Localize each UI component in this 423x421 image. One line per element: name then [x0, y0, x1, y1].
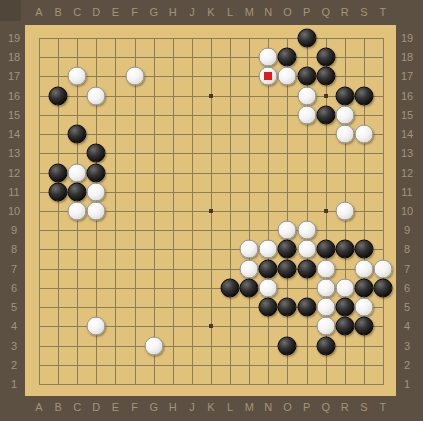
row-label-left-6: 6: [11, 282, 17, 293]
col-label-top-A: A: [35, 7, 42, 18]
row-label-left-14: 14: [8, 129, 20, 140]
grid-hline-1: [39, 384, 384, 385]
grid-vline-M: [249, 38, 250, 385]
last-move-marker: [264, 72, 272, 80]
row-label-right-9: 9: [404, 225, 410, 236]
row-label-left-8: 8: [11, 244, 17, 255]
stone-black-R4: [335, 317, 354, 336]
stone-black-Q17: [316, 67, 335, 86]
stone-white-P8: [297, 240, 316, 259]
stone-black-Q15: [316, 105, 335, 124]
stone-white-N8: [259, 240, 278, 259]
row-label-right-3: 3: [404, 340, 410, 351]
star-point-K10: [209, 209, 213, 213]
col-label-bottom-L: L: [227, 402, 233, 413]
row-label-left-10: 10: [8, 205, 20, 216]
row-label-left-13: 13: [8, 148, 20, 159]
stone-white-P9: [297, 221, 316, 240]
row-label-right-2: 2: [404, 359, 410, 370]
stone-white-T7: [373, 259, 392, 278]
stone-black-S4: [354, 317, 373, 336]
stone-black-Q8: [316, 240, 335, 259]
col-label-top-E: E: [112, 7, 119, 18]
stone-black-O7: [278, 259, 297, 278]
grid-vline-O: [287, 38, 288, 385]
stone-black-D12: [87, 163, 106, 182]
col-label-bottom-F: F: [131, 402, 138, 413]
row-label-right-11: 11: [401, 186, 412, 197]
stone-white-Q4: [316, 317, 335, 336]
stone-white-O17: [278, 67, 297, 86]
stone-white-O9: [278, 221, 297, 240]
row-label-left-15: 15: [8, 109, 20, 120]
row-label-left-4: 4: [11, 321, 17, 332]
row-label-left-18: 18: [8, 52, 20, 63]
col-label-bottom-N: N: [264, 402, 272, 413]
col-label-top-J: J: [189, 7, 195, 18]
col-label-bottom-S: S: [360, 402, 367, 413]
col-label-bottom-E: E: [112, 402, 119, 413]
row-label-right-18: 18: [401, 52, 413, 63]
stone-black-M6: [240, 278, 259, 297]
col-label-top-K: K: [207, 7, 214, 18]
col-label-bottom-R: R: [341, 402, 349, 413]
row-label-right-16: 16: [401, 90, 413, 101]
row-label-right-4: 4: [404, 321, 410, 332]
stone-white-D11: [87, 182, 106, 201]
stone-black-C14: [68, 125, 87, 144]
stone-black-P5: [297, 298, 316, 317]
col-label-top-S: S: [360, 7, 367, 18]
grid-hline-2: [39, 365, 384, 366]
row-label-right-8: 8: [404, 244, 410, 255]
col-label-bottom-P: P: [303, 402, 310, 413]
stone-black-O5: [278, 298, 297, 317]
stone-white-R15: [335, 105, 354, 124]
grid-hline-9: [39, 230, 384, 231]
stone-white-P16: [297, 86, 316, 105]
row-label-right-19: 19: [401, 33, 413, 44]
col-label-bottom-A: A: [35, 402, 42, 413]
go-board-app: ABCDEFGHJKLMNOPQRST ABCDEFGHJKLMNOPQRST …: [0, 0, 423, 421]
row-label-right-10: 10: [401, 205, 413, 216]
row-label-right-17: 17: [401, 71, 413, 82]
row-label-right-6: 6: [404, 282, 410, 293]
stone-black-C11: [68, 182, 87, 201]
stone-black-S8: [354, 240, 373, 259]
col-label-bottom-B: B: [54, 402, 61, 413]
row-label-right-15: 15: [401, 109, 413, 120]
col-label-top-T: T: [380, 7, 387, 18]
col-label-bottom-G: G: [149, 402, 158, 413]
stone-white-F17: [125, 67, 144, 86]
col-label-top-L: L: [227, 7, 233, 18]
stone-white-S14: [354, 125, 373, 144]
row-label-right-5: 5: [404, 302, 410, 313]
row-label-left-7: 7: [11, 263, 17, 274]
stone-black-P7: [297, 259, 316, 278]
stone-white-G3: [144, 336, 163, 355]
row-label-left-2: 2: [11, 359, 17, 370]
stone-black-B11: [49, 182, 68, 201]
col-label-top-Q: Q: [321, 7, 330, 18]
stone-white-D16: [87, 86, 106, 105]
stone-black-Q18: [316, 48, 335, 67]
stone-black-B16: [49, 86, 68, 105]
stone-black-T6: [373, 278, 392, 297]
corner-decoration: [0, 0, 21, 21]
stone-black-D13: [87, 144, 106, 163]
row-label-left-5: 5: [11, 302, 17, 313]
stone-black-B12: [49, 163, 68, 182]
col-label-top-F: F: [131, 7, 138, 18]
stone-white-Q6: [316, 278, 335, 297]
stone-white-R6: [335, 278, 354, 297]
col-label-top-B: B: [54, 7, 61, 18]
col-label-bottom-K: K: [207, 402, 214, 413]
col-label-top-C: C: [73, 7, 81, 18]
stone-white-S7: [354, 259, 373, 278]
stone-black-P19: [297, 29, 316, 48]
go-board[interactable]: [25, 25, 396, 396]
row-label-right-13: 13: [401, 148, 413, 159]
col-label-top-M: M: [245, 7, 254, 18]
stone-white-C10: [68, 201, 87, 220]
col-label-bottom-T: T: [380, 402, 387, 413]
stone-white-R14: [335, 125, 354, 144]
grid-vline-L: [230, 38, 231, 385]
row-label-right-1: 1: [404, 378, 410, 389]
col-label-top-O: O: [283, 7, 292, 18]
stone-black-N7: [259, 259, 278, 278]
col-label-bottom-H: H: [169, 402, 177, 413]
grid-vline-N: [268, 38, 269, 385]
stone-black-O3: [278, 336, 297, 355]
stone-black-Q3: [316, 336, 335, 355]
stone-black-N5: [259, 298, 278, 317]
row-label-right-12: 12: [401, 167, 413, 178]
stone-white-R10: [335, 201, 354, 220]
stone-black-L6: [221, 278, 240, 297]
col-label-bottom-C: C: [73, 402, 81, 413]
col-label-top-G: G: [149, 7, 158, 18]
grid-vline-T: [383, 38, 384, 385]
stone-white-C17: [68, 67, 87, 86]
stone-black-P17: [297, 67, 316, 86]
stone-white-N18: [259, 48, 278, 67]
stone-white-P15: [297, 105, 316, 124]
col-label-bottom-D: D: [92, 402, 100, 413]
col-label-top-P: P: [303, 7, 310, 18]
stone-black-S16: [354, 86, 373, 105]
col-label-top-R: R: [341, 7, 349, 18]
stone-white-D10: [87, 201, 106, 220]
star-point-K16: [209, 94, 213, 98]
row-label-left-1: 1: [11, 378, 17, 389]
stone-white-C12: [68, 163, 87, 182]
row-label-right-14: 14: [401, 129, 413, 140]
stone-white-S5: [354, 298, 373, 317]
col-label-top-N: N: [264, 7, 272, 18]
stone-black-O8: [278, 240, 297, 259]
col-label-bottom-J: J: [189, 402, 195, 413]
col-label-top-H: H: [169, 7, 177, 18]
row-label-right-7: 7: [404, 263, 410, 274]
star-point-K4: [209, 324, 213, 328]
col-label-bottom-Q: Q: [321, 402, 330, 413]
stone-black-R16: [335, 86, 354, 105]
row-label-left-9: 9: [11, 225, 17, 236]
star-point-Q10: [324, 209, 328, 213]
row-label-left-3: 3: [11, 340, 17, 351]
col-label-bottom-O: O: [283, 402, 292, 413]
col-label-bottom-M: M: [245, 402, 254, 413]
stone-black-O18: [278, 48, 297, 67]
row-label-left-19: 19: [8, 33, 20, 44]
stone-black-R5: [335, 298, 354, 317]
stone-white-D4: [87, 317, 106, 336]
stone-black-S6: [354, 278, 373, 297]
stone-white-Q5: [316, 298, 335, 317]
row-label-left-17: 17: [8, 71, 20, 82]
stone-white-M7: [240, 259, 259, 278]
stone-white-N6: [259, 278, 278, 297]
stone-white-Q7: [316, 259, 335, 278]
stone-black-R8: [335, 240, 354, 259]
star-point-Q16: [324, 94, 328, 98]
row-label-left-12: 12: [8, 167, 20, 178]
row-label-left-16: 16: [8, 90, 20, 101]
stone-white-M8: [240, 240, 259, 259]
col-label-top-D: D: [92, 7, 100, 18]
row-label-left-11: 11: [8, 186, 19, 197]
